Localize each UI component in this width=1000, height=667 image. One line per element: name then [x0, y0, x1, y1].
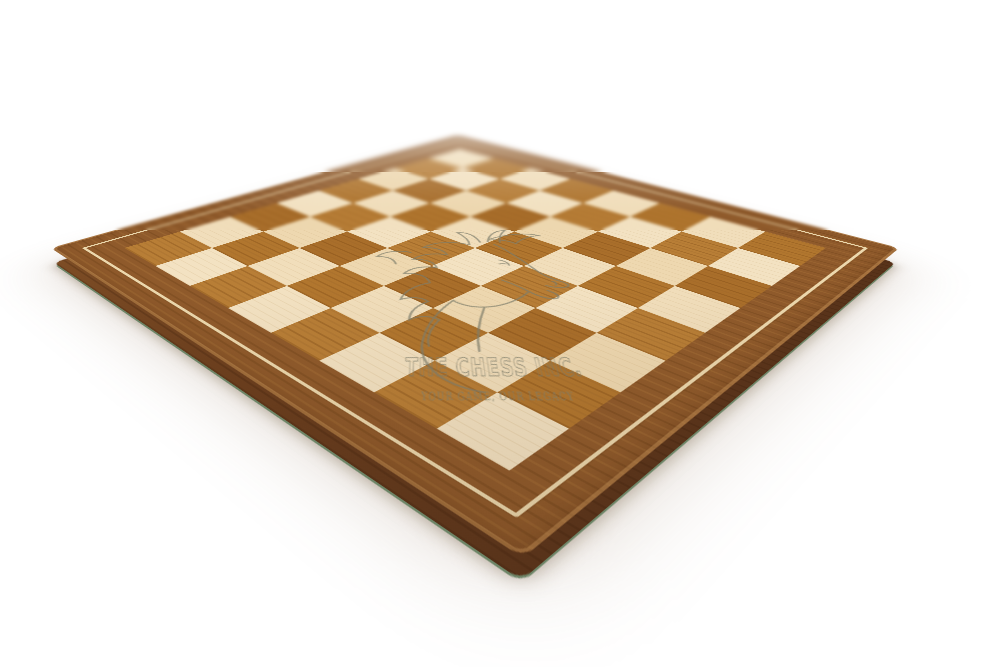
photo-scene: THE CHESS INC. YOUR GAME, OUR LEGACY — [0, 0, 1000, 667]
chessboard: THE CHESS INC. YOUR GAME, OUR LEGACY — [51, 135, 900, 558]
